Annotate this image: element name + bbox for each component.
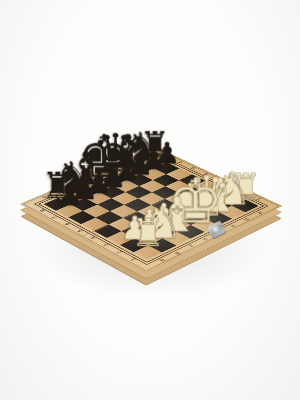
white-rook-glyph: ♜ bbox=[123, 214, 172, 252]
chess-board: 87654321 87654321 hgfedcba hgfedcba ♜♞♝♛… bbox=[20, 147, 283, 273]
scene: 87654321 87654321 hgfedcba hgfedcba ♜♞♝♛… bbox=[0, 0, 300, 400]
product-photo: 87654321 87654321 hgfedcba hgfedcba ♜♞♝♛… bbox=[0, 0, 300, 400]
black-pawn-glyph: ♟ bbox=[46, 179, 92, 210]
